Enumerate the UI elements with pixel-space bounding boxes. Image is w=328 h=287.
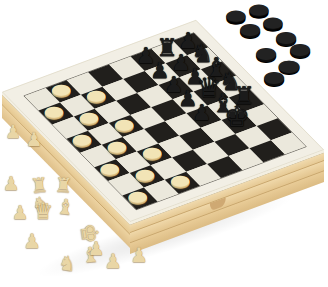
chess-black-king[interactable]: ♚: [224, 102, 250, 131]
chess-wood-pawn[interactable]: ♟: [104, 251, 122, 271]
chess-wood-queen[interactable]: ♛: [33, 200, 54, 223]
chess-wood-knight[interactable]: ♞: [57, 252, 78, 275]
chess-wood-pawn[interactable]: ♟: [87, 239, 104, 258]
chess-wood-pawn[interactable]: ♟: [25, 130, 42, 149]
checker-light[interactable]: ●: [170, 173, 191, 187]
drawer-pull-notch[interactable]: [210, 197, 226, 211]
checker-black-offboard[interactable]: ●: [255, 45, 278, 61]
checker-light[interactable]: ●: [43, 104, 64, 118]
checker-light[interactable]: ●: [79, 110, 100, 124]
checker-black-offboard[interactable]: ●: [289, 41, 312, 57]
chess-wood-pawn[interactable]: ♟: [11, 203, 28, 222]
chess-wood-pawn[interactable]: ♟: [5, 123, 21, 141]
checker-light[interactable]: ●: [134, 167, 155, 181]
chess-wood-rook[interactable]: ♜: [54, 174, 73, 195]
checker-light[interactable]: ●: [127, 189, 148, 203]
checker-light[interactable]: ●: [142, 145, 163, 159]
checker-black-offboard[interactable]: ●: [239, 21, 262, 37]
chess-wood-pawn[interactable]: ♟: [2, 174, 19, 193]
chess-wood-bishop[interactable]: ♝: [55, 196, 76, 219]
board-game-photo: ●●●●●●●●●●●●♟♜♟♟♟♞♟♟♝♟♛♞♟♝♜♚●●●●●●●●●♟♟♜…: [0, 0, 328, 287]
checker-light[interactable]: ●: [71, 132, 92, 146]
checker-black-offboard[interactable]: ●: [263, 69, 286, 85]
checker-light[interactable]: ●: [107, 138, 128, 152]
checker-light[interactable]: ●: [51, 82, 72, 96]
checker-light[interactable]: ●: [86, 88, 107, 102]
chess-wood-pawn[interactable]: ♟: [130, 245, 148, 265]
checker-light[interactable]: ●: [99, 161, 120, 175]
chess-wood-pawn[interactable]: ♟: [23, 231, 41, 251]
checker-light[interactable]: ●: [114, 116, 135, 130]
chess-black-pawn[interactable]: ♟: [192, 102, 212, 124]
